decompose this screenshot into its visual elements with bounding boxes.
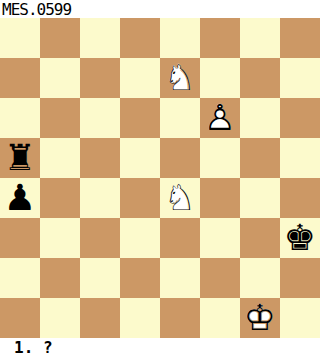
square-d7[interactable] [120,58,160,98]
square-d2[interactable] [120,258,160,298]
square-d6[interactable] [120,98,160,138]
square-f6[interactable]: ♟♙ [200,98,240,138]
square-b7[interactable] [40,58,80,98]
square-b2[interactable] [40,258,80,298]
square-b3[interactable] [40,218,80,258]
square-b1[interactable] [40,298,80,338]
square-e1[interactable] [160,298,200,338]
square-c6[interactable] [80,98,120,138]
square-c4[interactable] [80,178,120,218]
black-king-glyph: ♚ [280,218,320,258]
square-h4[interactable] [280,178,320,218]
square-e5[interactable] [160,138,200,178]
square-h7[interactable] [280,58,320,98]
square-d1[interactable] [120,298,160,338]
white-pawn[interactable]: ♟♙ [200,98,240,138]
square-a8[interactable] [0,18,40,58]
square-d4[interactable] [120,178,160,218]
square-a5[interactable]: ♜ [0,138,40,178]
black-king[interactable]: ♚ [280,218,320,258]
square-c1[interactable] [80,298,120,338]
square-c8[interactable] [80,18,120,58]
square-e6[interactable] [160,98,200,138]
square-f2[interactable] [200,258,240,298]
white-knight[interactable]: ♞♘ [160,178,200,218]
white-knight[interactable]: ♞♘ [160,58,200,98]
square-g4[interactable] [240,178,280,218]
square-g8[interactable] [240,18,280,58]
square-b4[interactable] [40,178,80,218]
white-knight-glyph: ♘ [160,178,200,218]
square-b6[interactable] [40,98,80,138]
black-rook[interactable]: ♜ [0,138,40,178]
square-h3[interactable]: ♚ [280,218,320,258]
square-e7[interactable]: ♞♘ [160,58,200,98]
white-king[interactable]: ♚♔ [240,298,280,338]
square-b8[interactable] [40,18,80,58]
white-king-glyph: ♔ [240,298,280,338]
white-knight-glyph: ♘ [160,58,200,98]
square-e8[interactable] [160,18,200,58]
square-g2[interactable] [240,258,280,298]
square-g5[interactable] [240,138,280,178]
black-pawn-glyph: ♟ [0,178,40,218]
chess-board: ♞♘♟♙♜♟♞♘♚♚♔ [0,18,320,338]
square-c2[interactable] [80,258,120,298]
square-f4[interactable] [200,178,240,218]
square-g6[interactable] [240,98,280,138]
square-f5[interactable] [200,138,240,178]
square-c3[interactable] [80,218,120,258]
square-h5[interactable] [280,138,320,178]
square-a1[interactable] [0,298,40,338]
move-prompt: 1. ? [0,338,320,360]
square-f7[interactable] [200,58,240,98]
square-a7[interactable] [0,58,40,98]
square-g7[interactable] [240,58,280,98]
square-d5[interactable] [120,138,160,178]
square-d8[interactable] [120,18,160,58]
diagram-title: MES.0599 [0,0,320,18]
square-g3[interactable] [240,218,280,258]
square-d3[interactable] [120,218,160,258]
square-a3[interactable] [0,218,40,258]
square-e2[interactable] [160,258,200,298]
square-f8[interactable] [200,18,240,58]
square-h1[interactable] [280,298,320,338]
square-b5[interactable] [40,138,80,178]
black-pawn[interactable]: ♟ [0,178,40,218]
white-pawn-glyph: ♙ [200,98,240,138]
square-a4[interactable]: ♟ [0,178,40,218]
square-h2[interactable] [280,258,320,298]
square-g1[interactable]: ♚♔ [240,298,280,338]
square-f3[interactable] [200,218,240,258]
square-c5[interactable] [80,138,120,178]
square-e4[interactable]: ♞♘ [160,178,200,218]
square-e3[interactable] [160,218,200,258]
square-h6[interactable] [280,98,320,138]
square-a6[interactable] [0,98,40,138]
square-f1[interactable] [200,298,240,338]
square-a2[interactable] [0,258,40,298]
square-h8[interactable] [280,18,320,58]
square-c7[interactable] [80,58,120,98]
black-rook-glyph: ♜ [0,138,40,178]
